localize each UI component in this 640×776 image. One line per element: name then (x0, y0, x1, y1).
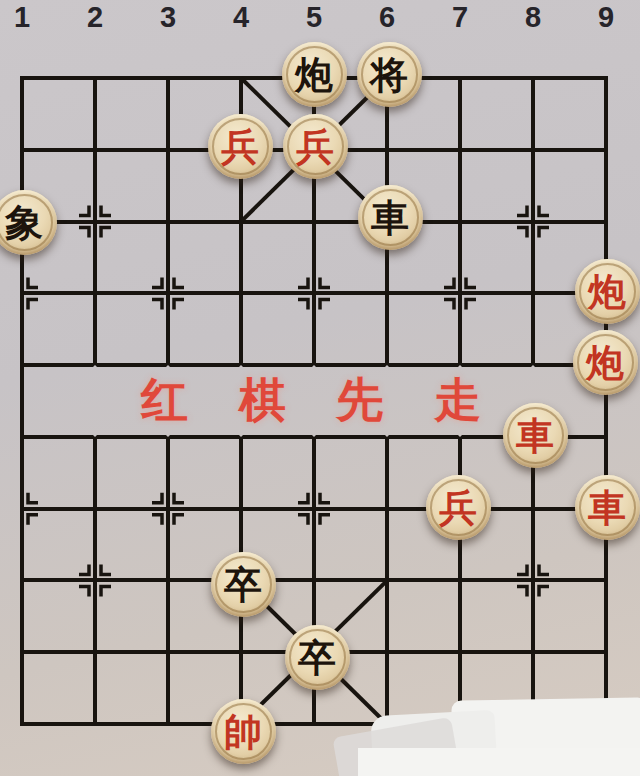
piece-glyph: 車 (371, 185, 409, 250)
board-cell[interactable] (95, 78, 168, 150)
river-annotation-char: 棋 (239, 374, 286, 426)
board-cell[interactable] (95, 293, 168, 365)
piece-red-cannon-2[interactable]: 炮 (573, 330, 638, 395)
file-label: 1 (8, 1, 36, 33)
river-annotation-char: 先 (336, 374, 383, 426)
file-label: 8 (519, 1, 547, 33)
piece-red-soldier-3[interactable]: 兵 (426, 475, 491, 540)
board-cell[interactable] (168, 293, 241, 365)
board-cell[interactable] (95, 652, 168, 724)
piece-glyph: 兵 (221, 114, 259, 179)
piece-glyph: 帥 (224, 699, 262, 764)
piece-glyph: 炮 (295, 42, 333, 107)
board-cell[interactable] (95, 222, 168, 294)
board-cell[interactable] (22, 652, 95, 724)
board-cell[interactable] (95, 150, 168, 222)
file-label: 5 (300, 1, 328, 33)
board-cell[interactable] (95, 580, 168, 652)
board-cell[interactable] (460, 293, 533, 365)
piece-glyph: 車 (516, 403, 554, 468)
file-label: 7 (446, 1, 474, 33)
board-cell[interactable] (22, 580, 95, 652)
piece-red-soldier-2[interactable]: 兵 (283, 114, 348, 179)
board-cell[interactable] (460, 78, 533, 150)
board-cell[interactable] (168, 437, 241, 509)
board-cell[interactable] (241, 293, 314, 365)
piece-black-soldier-1[interactable]: 卒 (211, 552, 276, 617)
board-cell[interactable] (460, 580, 533, 652)
board-cell[interactable] (387, 293, 460, 365)
piece-glyph: 兵 (296, 114, 334, 179)
piece-glyph: 炮 (586, 330, 624, 395)
board-cell[interactable] (241, 222, 314, 294)
piece-red-soldier-1[interactable]: 兵 (208, 114, 273, 179)
piece-red-chariot-1[interactable]: 車 (503, 403, 568, 468)
board-cell[interactable] (533, 580, 606, 652)
piece-black-chariot[interactable]: 車 (358, 185, 423, 250)
board-cell[interactable] (314, 293, 387, 365)
piece-red-chariot-2[interactable]: 車 (575, 475, 640, 540)
board-cell[interactable] (95, 437, 168, 509)
file-label: 6 (373, 1, 401, 33)
piece-black-general[interactable]: 将 (357, 42, 422, 107)
piece-glyph: 車 (588, 475, 626, 540)
piece-black-soldier-2[interactable]: 卒 (285, 625, 350, 690)
piece-black-cannon-1[interactable]: 炮 (282, 42, 347, 107)
board-cell[interactable] (22, 293, 95, 365)
board-cell[interactable] (22, 509, 95, 581)
river-annotation: 红棋先走 (141, 374, 481, 426)
piece-red-cannon-1[interactable]: 炮 (575, 259, 640, 324)
board-cell[interactable] (460, 222, 533, 294)
xiangqi-screenshot: { "game": "xiangqi", "position": { "fen"… (0, 0, 640, 776)
board-cell[interactable] (241, 437, 314, 509)
file-label: 2 (81, 1, 109, 33)
file-label: 9 (592, 1, 620, 33)
board-cell[interactable] (533, 78, 606, 150)
file-label: 3 (154, 1, 182, 33)
board-cell[interactable] (168, 222, 241, 294)
board-cell[interactable] (22, 78, 95, 150)
board-cell[interactable] (22, 437, 95, 509)
board-cell[interactable] (22, 365, 95, 437)
piece-glyph: 炮 (588, 259, 626, 324)
river-annotation-char: 走 (434, 374, 481, 426)
board-cell[interactable] (314, 509, 387, 581)
board-cell[interactable] (314, 437, 387, 509)
piece-glyph: 卒 (298, 625, 336, 690)
file-label: 4 (227, 1, 255, 33)
board-cell[interactable] (460, 150, 533, 222)
board-cell[interactable] (95, 509, 168, 581)
piece-glyph: 卒 (224, 552, 262, 617)
piece-glyph: 象 (5, 190, 43, 255)
piece-glyph: 将 (370, 42, 408, 107)
white-patch (358, 748, 640, 776)
piece-red-general[interactable]: 帥 (211, 699, 276, 764)
river-annotation-char: 红 (141, 374, 188, 426)
piece-glyph: 兵 (439, 475, 477, 540)
board-cell[interactable] (533, 150, 606, 222)
board-cell[interactable] (387, 580, 460, 652)
